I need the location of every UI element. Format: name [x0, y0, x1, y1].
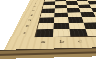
square-b1[interactable] [53, 29, 70, 37]
chess-board: abcdefgh 12345678 [4, 0, 96, 51]
rank-label-8: 8 [30, 0, 45, 2]
rank-label-4: 4 [21, 13, 40, 18]
square-d1[interactable] [85, 29, 96, 37]
rank-label-3: 3 [19, 18, 40, 24]
board-grid [35, 0, 96, 37]
rank-label-6: 6 [26, 5, 43, 9]
rank-label-5: 5 [24, 9, 42, 13]
board-photo: abcdefgh 12345678 [0, 0, 96, 61]
rank-label-7: 7 [28, 2, 44, 5]
file-label-b: b [52, 37, 71, 46]
square-a1[interactable] [35, 29, 53, 37]
rank-label-1: 1 [12, 29, 37, 37]
file-label-a: a [33, 38, 53, 47]
rank-label-2: 2 [15, 23, 38, 30]
